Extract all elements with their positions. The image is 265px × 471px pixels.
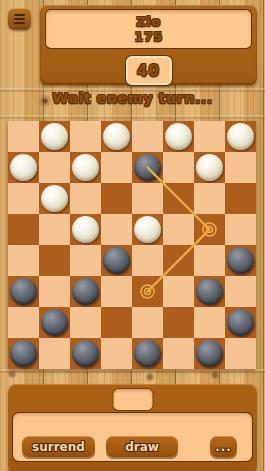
board-square[interactable]: [39, 214, 70, 245]
board-square[interactable]: [194, 245, 225, 276]
board-square[interactable]: [101, 276, 132, 307]
menu-button[interactable]: [8, 8, 31, 29]
board-square[interactable]: [70, 183, 101, 214]
board-square[interactable]: [70, 276, 101, 307]
board-square[interactable]: [8, 152, 39, 183]
board-square[interactable]: [39, 307, 70, 338]
white-piece[interactable]: [72, 216, 99, 243]
board-square[interactable]: [194, 183, 225, 214]
black-piece[interactable]: [10, 278, 37, 305]
black-piece[interactable]: [103, 247, 130, 274]
board-square[interactable]: [8, 245, 39, 276]
board-square[interactable]: [225, 214, 256, 245]
board-square[interactable]: [8, 338, 39, 369]
black-piece[interactable]: [72, 278, 99, 305]
board-square[interactable]: [39, 276, 70, 307]
white-piece[interactable]: [196, 154, 223, 181]
board-square[interactable]: [132, 307, 163, 338]
turn-timer-value: 40: [137, 62, 160, 80]
board-square[interactable]: [132, 183, 163, 214]
opponent-name: Zlo: [136, 14, 160, 29]
board-square[interactable]: [163, 183, 194, 214]
board-square[interactable]: [163, 245, 194, 276]
board-square[interactable]: [8, 276, 39, 307]
black-piece[interactable]: [41, 309, 68, 336]
action-panel: surrend draw ...: [8, 384, 257, 471]
black-piece[interactable]: [134, 154, 161, 181]
board-square[interactable]: [70, 338, 101, 369]
board-square[interactable]: [194, 152, 225, 183]
board-square[interactable]: [39, 152, 70, 183]
board-square[interactable]: [194, 276, 225, 307]
board-square[interactable]: [132, 121, 163, 152]
board-square[interactable]: [101, 152, 132, 183]
board-square[interactable]: [163, 307, 194, 338]
board-square[interactable]: [39, 338, 70, 369]
black-piece[interactable]: [227, 247, 254, 274]
board-square[interactable]: [132, 152, 163, 183]
black-piece[interactable]: [196, 278, 223, 305]
board-square[interactable]: [194, 214, 225, 245]
board-square[interactable]: [194, 307, 225, 338]
board-square[interactable]: [132, 276, 163, 307]
black-piece[interactable]: [196, 340, 223, 367]
surrender-button[interactable]: surrend: [22, 436, 95, 457]
white-piece[interactable]: [10, 154, 37, 181]
action-panel-inner: surrend draw ...: [13, 413, 252, 461]
board-square[interactable]: [39, 183, 70, 214]
white-piece[interactable]: [227, 123, 254, 150]
board-square[interactable]: [39, 245, 70, 276]
board-square[interactable]: [70, 152, 101, 183]
board-square[interactable]: [8, 307, 39, 338]
board-square[interactable]: [225, 338, 256, 369]
opponent-panel: Zlo 175 40: [40, 5, 257, 85]
board-square[interactable]: [101, 183, 132, 214]
board-square[interactable]: [8, 183, 39, 214]
white-piece[interactable]: [103, 123, 130, 150]
board-square[interactable]: [194, 338, 225, 369]
board-square[interactable]: [8, 121, 39, 152]
white-piece[interactable]: [41, 123, 68, 150]
white-piece[interactable]: [134, 216, 161, 243]
white-piece[interactable]: [165, 123, 192, 150]
opponent-rating: 175: [134, 29, 163, 44]
board-square[interactable]: [132, 245, 163, 276]
board-square[interactable]: [101, 245, 132, 276]
board-square[interactable]: [225, 152, 256, 183]
black-piece[interactable]: [72, 340, 99, 367]
black-piece[interactable]: [227, 309, 254, 336]
board-square[interactable]: [225, 245, 256, 276]
board-square[interactable]: [163, 276, 194, 307]
board-square[interactable]: [225, 183, 256, 214]
panel-notch: [113, 389, 152, 410]
board-square[interactable]: [101, 338, 132, 369]
draw-button[interactable]: draw: [106, 436, 178, 457]
black-piece[interactable]: [134, 340, 161, 367]
board-square[interactable]: [39, 121, 70, 152]
white-piece[interactable]: [41, 185, 68, 212]
app-screen: Zlo 175 40 Wait enemy turn... surrend dr…: [0, 0, 265, 471]
board-square[interactable]: [225, 276, 256, 307]
board-square[interactable]: [8, 214, 39, 245]
white-piece[interactable]: [72, 154, 99, 181]
board-square[interactable]: [70, 245, 101, 276]
board-square[interactable]: [70, 307, 101, 338]
board-square[interactable]: [163, 152, 194, 183]
board-square[interactable]: [194, 121, 225, 152]
more-options-button[interactable]: ...: [210, 436, 237, 457]
board-square[interactable]: [163, 338, 194, 369]
board-square[interactable]: [163, 214, 194, 245]
board-square[interactable]: [132, 338, 163, 369]
board-square[interactable]: [101, 121, 132, 152]
board-square[interactable]: [163, 121, 194, 152]
turn-timer: 40: [126, 56, 172, 85]
opponent-info-card: Zlo 175: [46, 10, 251, 48]
board-square[interactable]: [225, 307, 256, 338]
board-square[interactable]: [225, 121, 256, 152]
board-square[interactable]: [70, 121, 101, 152]
black-piece[interactable]: [10, 340, 37, 367]
board: [8, 121, 256, 369]
status-message: Wait enemy turn...: [0, 90, 265, 106]
board-square[interactable]: [70, 214, 101, 245]
board-square[interactable]: [132, 214, 163, 245]
board-square[interactable]: [101, 214, 132, 245]
board-square[interactable]: [101, 307, 132, 338]
